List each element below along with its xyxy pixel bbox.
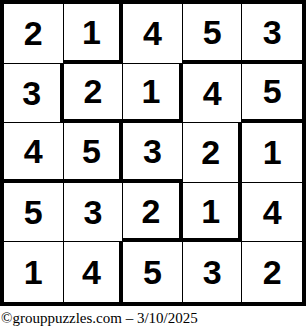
cell-r4c4: 1	[183, 183, 243, 243]
cell-r4c5: 4	[242, 183, 302, 243]
cell-r1c3: 4	[123, 4, 183, 64]
puzzle-page: 2145332145453215321414532 ©grouppuzzles.…	[0, 0, 308, 329]
cell-r5c2: 4	[64, 242, 124, 302]
cell-r1c1: 2	[4, 4, 64, 64]
cell-r3c2: 5	[64, 123, 124, 183]
cell-r4c2: 3	[64, 183, 124, 243]
cell-r5c5: 2	[242, 242, 302, 302]
cell-r2c1: 3	[4, 64, 64, 124]
cell-r1c2: 1	[64, 4, 124, 64]
cell-r1c4: 5	[183, 4, 243, 64]
cell-r4c3: 2	[123, 183, 183, 243]
cell-r5c4: 3	[183, 242, 243, 302]
copyright-footer: ©grouppuzzles.com – 3/10/2025	[1, 308, 307, 328]
cell-r3c5: 1	[242, 123, 302, 183]
cell-r3c3: 3	[123, 123, 183, 183]
cell-r4c1: 5	[4, 183, 64, 243]
cell-r2c3: 1	[123, 64, 183, 124]
cell-r1c5: 3	[242, 4, 302, 64]
cell-r2c4: 4	[183, 64, 243, 124]
cell-r2c5: 5	[242, 64, 302, 124]
cell-r5c3: 5	[123, 242, 183, 302]
cell-r2c2: 2	[64, 64, 124, 124]
cell-r3c1: 4	[4, 123, 64, 183]
cell-r5c1: 1	[4, 242, 64, 302]
board-grid: 2145332145453215321414532	[0, 0, 306, 306]
cell-r3c4: 2	[183, 123, 243, 183]
